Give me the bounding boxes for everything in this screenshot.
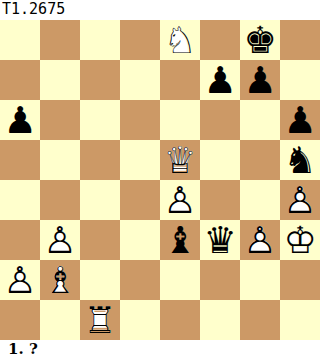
square-g2[interactable] <box>240 260 280 300</box>
white-pawn-piece[interactable]: ♟♙ <box>40 220 80 260</box>
square-b4[interactable] <box>40 180 80 220</box>
white-king-piece[interactable]: ♚♔ <box>280 220 320 260</box>
square-c2[interactable] <box>80 260 120 300</box>
square-h2[interactable] <box>280 260 320 300</box>
square-a5[interactable] <box>0 140 40 180</box>
square-g8[interactable]: ♚ <box>240 20 280 60</box>
square-e7[interactable] <box>160 60 200 100</box>
square-b5[interactable] <box>40 140 80 180</box>
square-d7[interactable] <box>120 60 160 100</box>
white-pawn-piece[interactable]: ♟♙ <box>0 260 40 300</box>
square-a8[interactable] <box>0 20 40 60</box>
square-c6[interactable] <box>80 100 120 140</box>
piece-outline-glyph: ♕ <box>160 140 200 180</box>
black-queen-piece[interactable]: ♛ <box>200 220 240 260</box>
square-d8[interactable] <box>120 20 160 60</box>
chess-puzzle-app: T1.2675 ♞♘♚♟♟♟♟♛♕♞♟♙♟♙♟♙♝♛♟♙♚♔♟♙♝♗♜♖ 1. … <box>0 0 320 360</box>
square-f6[interactable] <box>200 100 240 140</box>
black-pawn-piece[interactable]: ♟ <box>200 60 240 100</box>
square-h8[interactable] <box>280 20 320 60</box>
piece-outline-glyph: ♙ <box>240 220 280 260</box>
square-f8[interactable] <box>200 20 240 60</box>
square-d6[interactable] <box>120 100 160 140</box>
square-b2[interactable]: ♝♗ <box>40 260 80 300</box>
square-g3[interactable]: ♟♙ <box>240 220 280 260</box>
square-c4[interactable] <box>80 180 120 220</box>
black-king-piece[interactable]: ♚ <box>240 20 280 60</box>
square-f2[interactable] <box>200 260 240 300</box>
square-f3[interactable]: ♛ <box>200 220 240 260</box>
square-a6[interactable]: ♟ <box>0 100 40 140</box>
piece-outline-glyph: ♙ <box>40 220 80 260</box>
white-queen-piece[interactable]: ♛♕ <box>160 140 200 180</box>
black-pawn-piece[interactable]: ♟ <box>240 60 280 100</box>
square-f5[interactable] <box>200 140 240 180</box>
square-e8[interactable]: ♞♘ <box>160 20 200 60</box>
square-h4[interactable]: ♟♙ <box>280 180 320 220</box>
square-g4[interactable] <box>240 180 280 220</box>
white-pawn-piece[interactable]: ♟♙ <box>160 180 200 220</box>
square-a7[interactable] <box>0 60 40 100</box>
square-c8[interactable] <box>80 20 120 60</box>
square-e5[interactable]: ♛♕ <box>160 140 200 180</box>
piece-outline-glyph: ♙ <box>0 260 40 300</box>
square-c7[interactable] <box>80 60 120 100</box>
square-b8[interactable] <box>40 20 80 60</box>
square-g7[interactable]: ♟ <box>240 60 280 100</box>
puzzle-id-title: T1.2675 <box>0 0 320 20</box>
square-c5[interactable] <box>80 140 120 180</box>
piece-outline-glyph: ♗ <box>40 260 80 300</box>
square-e4[interactable]: ♟♙ <box>160 180 200 220</box>
move-prompt: 1. ? <box>0 340 320 360</box>
chess-board: ♞♘♚♟♟♟♟♛♕♞♟♙♟♙♟♙♝♛♟♙♚♔♟♙♝♗♜♖ <box>0 20 320 340</box>
piece-outline-glyph: ♖ <box>80 300 120 340</box>
square-c1[interactable]: ♜♖ <box>80 300 120 340</box>
square-h7[interactable] <box>280 60 320 100</box>
square-h5[interactable]: ♞ <box>280 140 320 180</box>
square-a2[interactable]: ♟♙ <box>0 260 40 300</box>
square-e6[interactable] <box>160 100 200 140</box>
square-e2[interactable] <box>160 260 200 300</box>
square-a3[interactable] <box>0 220 40 260</box>
square-b7[interactable] <box>40 60 80 100</box>
white-bishop-piece[interactable]: ♝♗ <box>40 260 80 300</box>
white-pawn-piece[interactable]: ♟♙ <box>280 180 320 220</box>
square-b1[interactable] <box>40 300 80 340</box>
square-d1[interactable] <box>120 300 160 340</box>
square-a4[interactable] <box>0 180 40 220</box>
black-knight-piece[interactable]: ♞ <box>280 140 320 180</box>
square-d4[interactable] <box>120 180 160 220</box>
piece-outline-glyph: ♙ <box>280 180 320 220</box>
square-d3[interactable] <box>120 220 160 260</box>
piece-outline-glyph: ♔ <box>280 220 320 260</box>
square-b3[interactable]: ♟♙ <box>40 220 80 260</box>
square-f7[interactable]: ♟ <box>200 60 240 100</box>
square-a1[interactable] <box>0 300 40 340</box>
black-pawn-piece[interactable]: ♟ <box>280 100 320 140</box>
square-b6[interactable] <box>40 100 80 140</box>
piece-outline-glyph: ♙ <box>160 180 200 220</box>
white-pawn-piece[interactable]: ♟♙ <box>240 220 280 260</box>
white-knight-piece[interactable]: ♞♘ <box>160 20 200 60</box>
square-f4[interactable] <box>200 180 240 220</box>
piece-outline-glyph: ♘ <box>160 20 200 60</box>
square-g6[interactable] <box>240 100 280 140</box>
square-f1[interactable] <box>200 300 240 340</box>
white-rook-piece[interactable]: ♜♖ <box>80 300 120 340</box>
square-g5[interactable] <box>240 140 280 180</box>
square-d2[interactable] <box>120 260 160 300</box>
square-c3[interactable] <box>80 220 120 260</box>
black-bishop-piece[interactable]: ♝ <box>160 220 200 260</box>
square-h3[interactable]: ♚♔ <box>280 220 320 260</box>
black-pawn-piece[interactable]: ♟ <box>0 100 40 140</box>
square-h1[interactable] <box>280 300 320 340</box>
square-h6[interactable]: ♟ <box>280 100 320 140</box>
square-g1[interactable] <box>240 300 280 340</box>
square-e3[interactable]: ♝ <box>160 220 200 260</box>
square-d5[interactable] <box>120 140 160 180</box>
square-e1[interactable] <box>160 300 200 340</box>
